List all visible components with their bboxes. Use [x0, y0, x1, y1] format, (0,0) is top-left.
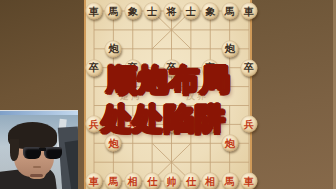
sunglasses-bridge — [39, 148, 46, 151]
piece-bN: 馬 — [105, 3, 122, 20]
piece-bR: 車 — [86, 3, 103, 20]
piece-rB: 相 — [124, 173, 141, 189]
piece-rA: 仕 — [182, 173, 199, 189]
piece-rA: 仕 — [144, 173, 161, 189]
sunglasses — [23, 147, 64, 160]
presenter-hair-side — [10, 139, 19, 161]
piece-bC: 炮 — [221, 40, 238, 57]
piece-bB: 象 — [124, 3, 141, 20]
piece-bC: 炮 — [105, 40, 122, 57]
piece-rR: 車 — [241, 173, 258, 189]
caption-line1: 顺炮布局 — [1, 60, 336, 101]
presenter-webcam — [0, 110, 78, 189]
sunglasses-right-lens — [44, 147, 62, 159]
presenter-nose-shadow — [33, 166, 41, 168]
presenter-mouth — [30, 174, 43, 177]
webcam-window-light — [0, 111, 78, 115]
piece-bK: 将 — [163, 3, 180, 20]
video-frame: 楚河 汉界 車馬象士将士象馬車炮炮卒卒卒卒卒兵兵兵兵兵炮炮車馬相仕帅仕相馬車 顺… — [0, 0, 336, 189]
piece-bN: 馬 — [221, 3, 238, 20]
piece-rN: 馬 — [221, 173, 238, 189]
piece-bB: 象 — [202, 3, 219, 20]
piece-rN: 馬 — [105, 173, 122, 189]
piece-rR: 車 — [86, 173, 103, 189]
piece-bA: 士 — [182, 3, 199, 20]
piece-bR: 車 — [241, 3, 258, 20]
piece-rB: 相 — [202, 173, 219, 189]
piece-rK: 帅 — [163, 173, 180, 189]
piece-bA: 士 — [144, 3, 161, 20]
